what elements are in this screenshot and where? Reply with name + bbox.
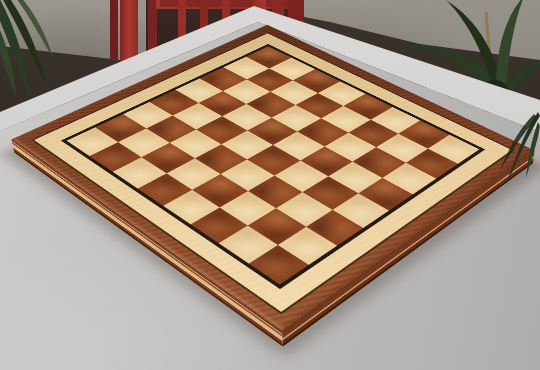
board-square — [137, 173, 192, 206]
board-square — [195, 144, 248, 174]
board-square — [113, 157, 167, 188]
board-square — [193, 174, 248, 207]
board-square — [358, 177, 413, 210]
board-square — [163, 190, 219, 225]
board-square — [406, 148, 459, 178]
furniture-post — [120, 0, 138, 64]
board-square — [300, 146, 353, 176]
board-square — [274, 160, 328, 192]
board-square — [220, 191, 276, 226]
board-square — [247, 145, 300, 175]
board-square — [248, 208, 306, 244]
furniture-post — [110, 0, 118, 60]
board-square — [353, 147, 406, 177]
board-square — [221, 159, 275, 191]
board-square — [306, 209, 364, 245]
board-square — [89, 142, 142, 172]
scene — [0, 0, 540, 370]
board-square — [167, 158, 221, 189]
board-square — [248, 244, 309, 284]
board-square — [303, 176, 358, 209]
board-square — [328, 161, 382, 193]
board-square — [142, 143, 195, 173]
board-square — [219, 225, 278, 263]
board-square — [333, 193, 389, 228]
board-square — [276, 192, 332, 227]
plant-right-front-fronds — [498, 112, 540, 188]
board-square — [190, 207, 248, 243]
board-square — [382, 163, 436, 195]
board-square — [278, 227, 337, 265]
board-square — [248, 175, 303, 208]
